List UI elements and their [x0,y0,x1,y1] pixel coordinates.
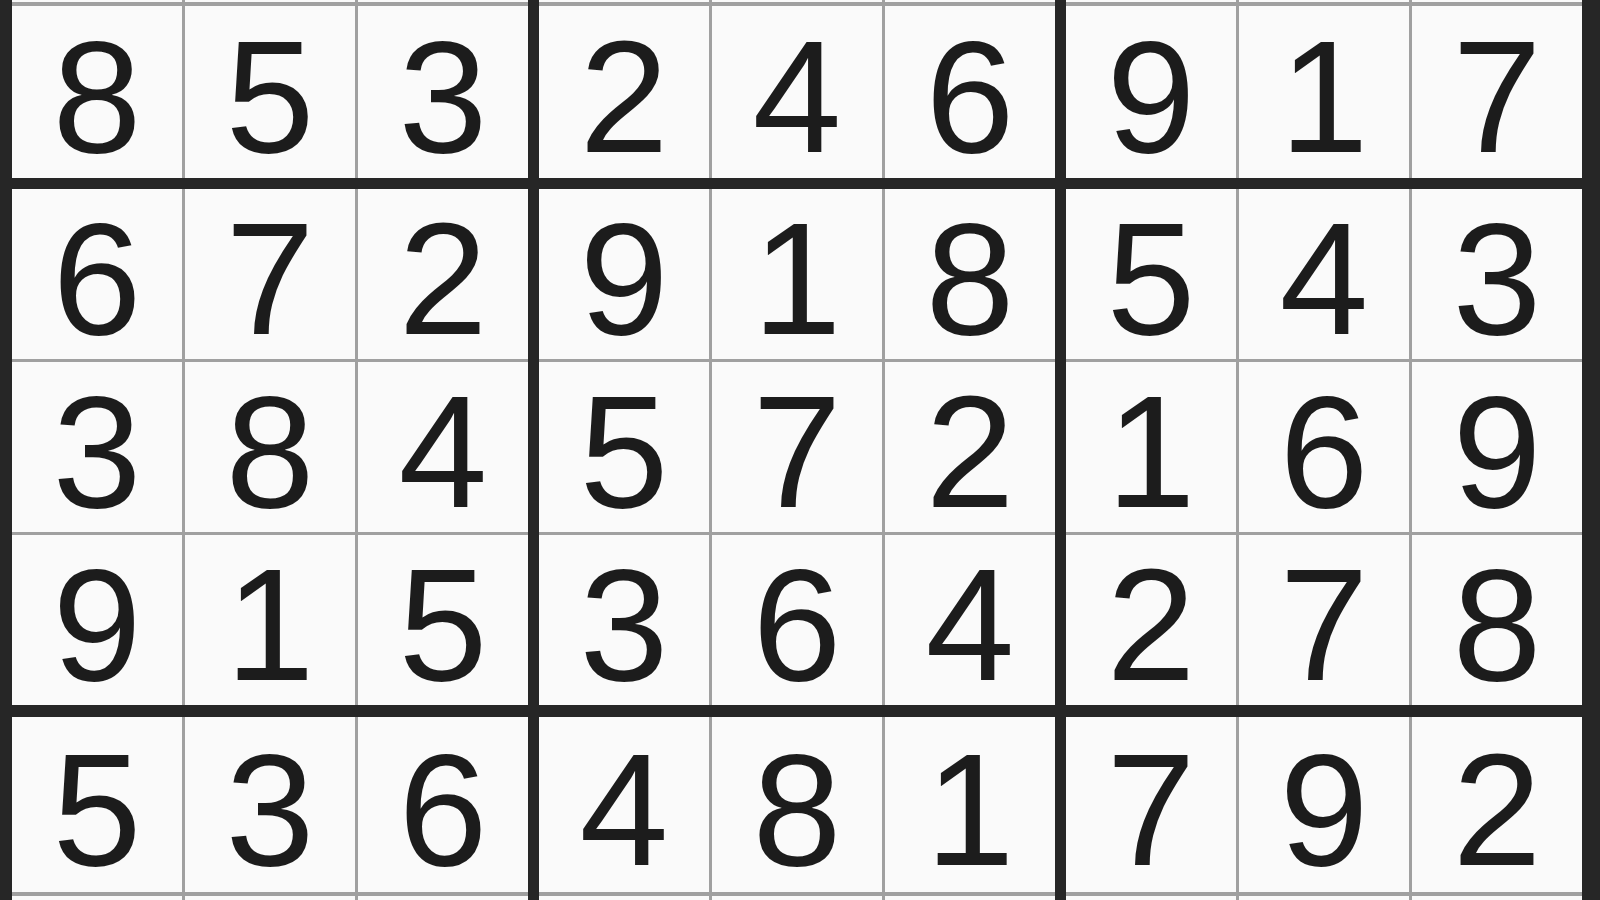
sudoku-cell: 6 [1239,362,1409,532]
sudoku-cell: 9 [539,189,709,359]
sudoku-cell: 1 [1066,362,1236,532]
cell-digit: 1 [926,730,1015,890]
cell-digit: 6 [753,545,842,705]
cell-digit: 2 [1107,545,1196,705]
sudoku-cell: 3 [1412,189,1582,359]
sudoku-cell: 9 [1239,717,1409,892]
sudoku-cell: 7 [712,362,882,532]
sudoku-cell: 4 [539,717,709,892]
cell-digit: 4 [399,372,488,532]
sudoku-board: 8532469176729185433845721699153642785364… [0,0,1600,900]
sudoku-cell: 7 [1412,6,1582,178]
cell-digit: 3 [399,17,488,177]
sudoku-cell: 5 [539,362,709,532]
cell-digit: 8 [53,17,142,177]
cell-digit: 4 [926,545,1015,705]
sudoku-cell: 3 [358,6,528,178]
sudoku-cell: 2 [885,362,1055,532]
sudoku-cell: 8 [12,6,182,178]
sudoku-cell: 1 [712,189,882,359]
cell-digit: 4 [580,730,669,890]
cell-digit: 9 [1107,17,1196,177]
cell-digit: 6 [926,17,1015,177]
sudoku-cell: 8 [1412,535,1582,705]
cell-digit: 3 [226,730,315,890]
sudoku-cell: 2 [1066,535,1236,705]
sudoku-cell: 6 [712,535,882,705]
cell-digit: 2 [399,199,488,359]
sudoku-cell: 5 [358,535,528,705]
sudoku-cell: 7 [1066,717,1236,892]
cell-digit: 9 [53,545,142,705]
cell-digit: 7 [226,199,315,359]
cell-digit: 5 [580,372,669,532]
sudoku-cell: 7 [185,189,355,359]
cell-digit: 1 [226,545,315,705]
cell-digit: 8 [1453,545,1542,705]
cell-digit: 9 [1453,372,1542,532]
sudoku-cell: 9 [1066,6,1236,178]
cell-digit: 5 [226,17,315,177]
cell-digit: 7 [1280,545,1369,705]
sudoku-cells: 8532469176729185433845721699153642785364… [0,0,1600,900]
cell-digit: 3 [580,545,669,705]
cell-digit: 8 [926,199,1015,359]
sudoku-cell: 5 [185,6,355,178]
sudoku-cell: 6 [358,717,528,892]
sudoku-cell: 3 [12,362,182,532]
cell-digit: 5 [1107,199,1196,359]
sudoku-cell: 4 [712,6,882,178]
cell-digit: 1 [753,199,842,359]
cell-digit: 6 [1280,372,1369,532]
sudoku-cell: 4 [885,535,1055,705]
sudoku-cell: 1 [185,535,355,705]
sudoku-cell: 7 [1239,535,1409,705]
sudoku-cell: 6 [12,189,182,359]
cell-digit: 7 [1107,730,1196,890]
cell-digit: 1 [1280,17,1369,177]
cell-digit: 7 [753,372,842,532]
sudoku-cell: 6 [885,6,1055,178]
sudoku-cell: 1 [1239,6,1409,178]
cell-digit: 6 [53,199,142,359]
sudoku-cell: 1 [885,717,1055,892]
sudoku-cell: 3 [185,717,355,892]
cell-digit: 5 [53,730,142,890]
cell-digit: 3 [53,372,142,532]
sudoku-cell: 9 [1412,362,1582,532]
sudoku-cell: 9 [12,535,182,705]
sudoku-cell: 8 [712,717,882,892]
sudoku-cell: 3 [539,535,709,705]
cell-digit: 5 [399,545,488,705]
cell-digit: 4 [1280,199,1369,359]
cell-digit: 4 [753,17,842,177]
sudoku-cell: 8 [885,189,1055,359]
cell-digit: 8 [226,372,315,532]
sudoku-cell: 2 [358,189,528,359]
cell-digit: 9 [1280,730,1369,890]
cell-digit: 2 [580,17,669,177]
cell-digit: 1 [1107,372,1196,532]
cell-digit: 9 [580,199,669,359]
sudoku-cell: 2 [1412,717,1582,892]
sudoku-cell: 8 [185,362,355,532]
cell-digit: 8 [753,730,842,890]
cell-digit: 2 [926,372,1015,532]
sudoku-cell: 5 [1066,189,1236,359]
sudoku-cell: 2 [539,6,709,178]
cell-digit: 3 [1453,199,1542,359]
cell-digit: 2 [1453,730,1542,890]
sudoku-cell: 5 [12,717,182,892]
cell-digit: 6 [399,730,488,890]
sudoku-cell: 4 [1239,189,1409,359]
cell-digit: 7 [1453,17,1542,177]
sudoku-cell: 4 [358,362,528,532]
